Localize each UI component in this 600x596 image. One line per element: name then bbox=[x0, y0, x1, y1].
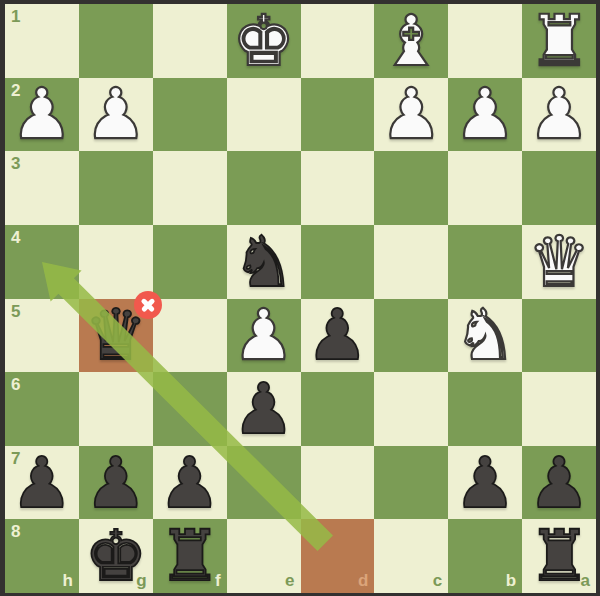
square-c8[interactable]: c bbox=[374, 519, 448, 593]
white-king[interactable]: ♚ bbox=[232, 6, 295, 76]
black-pawn[interactable]: ♟ bbox=[84, 448, 147, 518]
square-e2[interactable] bbox=[227, 78, 301, 152]
square-d6[interactable] bbox=[301, 372, 375, 446]
square-a8[interactable]: a♜ bbox=[522, 519, 596, 593]
rank-label-8: 8 bbox=[11, 523, 20, 540]
square-g5[interactable]: ♛ bbox=[79, 299, 153, 373]
square-b5[interactable]: ♞ bbox=[448, 299, 522, 373]
square-h1[interactable]: 1 bbox=[5, 4, 79, 78]
square-a4[interactable]: ♛ bbox=[522, 225, 596, 299]
square-d5[interactable]: ♟ bbox=[301, 299, 375, 373]
square-d8[interactable]: d bbox=[301, 519, 375, 593]
square-b8[interactable]: b bbox=[448, 519, 522, 593]
square-c2[interactable]: ♟ bbox=[374, 78, 448, 152]
square-a6[interactable] bbox=[522, 372, 596, 446]
square-a2[interactable]: ♟ bbox=[522, 78, 596, 152]
white-pawn[interactable]: ♟ bbox=[84, 79, 147, 149]
square-h5[interactable]: 5 bbox=[5, 299, 79, 373]
square-e3[interactable] bbox=[227, 151, 301, 225]
square-e5[interactable]: ♟ bbox=[227, 299, 301, 373]
square-d2[interactable] bbox=[301, 78, 375, 152]
square-f4[interactable] bbox=[153, 225, 227, 299]
rank-label-6: 6 bbox=[11, 376, 20, 393]
square-f7[interactable]: ♟ bbox=[153, 446, 227, 520]
square-b7[interactable]: ♟ bbox=[448, 446, 522, 520]
rank-label-7: 7 bbox=[11, 450, 20, 467]
white-rook[interactable]: ♜ bbox=[528, 6, 591, 76]
square-f3[interactable] bbox=[153, 151, 227, 225]
square-b6[interactable] bbox=[448, 372, 522, 446]
file-label-d: d bbox=[358, 572, 368, 589]
square-d7[interactable] bbox=[301, 446, 375, 520]
file-label-f: f bbox=[215, 572, 221, 589]
rank-label-3: 3 bbox=[11, 155, 20, 172]
rank-label-5: 5 bbox=[11, 303, 20, 320]
square-b4[interactable] bbox=[448, 225, 522, 299]
rank-label-1: 1 bbox=[11, 8, 20, 25]
square-h8[interactable]: 8h bbox=[5, 519, 79, 593]
black-knight[interactable]: ♞ bbox=[232, 227, 295, 297]
square-e4[interactable]: ♞ bbox=[227, 225, 301, 299]
square-h2[interactable]: 2♟ bbox=[5, 78, 79, 152]
square-h7[interactable]: 7♟ bbox=[5, 446, 79, 520]
white-bishop[interactable]: ♝ bbox=[380, 6, 443, 76]
square-d3[interactable] bbox=[301, 151, 375, 225]
black-pawn[interactable]: ♟ bbox=[232, 374, 295, 444]
square-h6[interactable]: 6 bbox=[5, 372, 79, 446]
white-queen[interactable]: ♛ bbox=[528, 227, 591, 297]
chess-board-app: 1♚♝♜2♟♟♟♟♟34♞♛5♛♟♟♞6♟7♟♟♟♟♟8hg♚f♜edcba♜ bbox=[0, 0, 600, 596]
square-f2[interactable] bbox=[153, 78, 227, 152]
square-h4[interactable]: 4 bbox=[5, 225, 79, 299]
square-g8[interactable]: g♚ bbox=[79, 519, 153, 593]
rank-label-4: 4 bbox=[11, 229, 20, 246]
black-rook[interactable]: ♜ bbox=[158, 521, 221, 591]
square-a7[interactable]: ♟ bbox=[522, 446, 596, 520]
white-pawn[interactable]: ♟ bbox=[232, 300, 295, 370]
square-h3[interactable]: 3 bbox=[5, 151, 79, 225]
square-a5[interactable] bbox=[522, 299, 596, 373]
square-g2[interactable]: ♟ bbox=[79, 78, 153, 152]
square-b2[interactable]: ♟ bbox=[448, 78, 522, 152]
square-c5[interactable] bbox=[374, 299, 448, 373]
square-g3[interactable] bbox=[79, 151, 153, 225]
square-c3[interactable] bbox=[374, 151, 448, 225]
square-b3[interactable] bbox=[448, 151, 522, 225]
black-pawn[interactable]: ♟ bbox=[454, 448, 517, 518]
file-label-g: g bbox=[136, 572, 146, 589]
square-c1[interactable]: ♝ bbox=[374, 4, 448, 78]
white-pawn[interactable]: ♟ bbox=[454, 79, 517, 149]
rank-label-2: 2 bbox=[11, 82, 20, 99]
square-e6[interactable]: ♟ bbox=[227, 372, 301, 446]
file-label-b: b bbox=[506, 572, 516, 589]
square-c6[interactable] bbox=[374, 372, 448, 446]
file-label-e: e bbox=[285, 572, 294, 589]
square-c7[interactable] bbox=[374, 446, 448, 520]
chess-board: 1♚♝♜2♟♟♟♟♟34♞♛5♛♟♟♞6♟7♟♟♟♟♟8hg♚f♜edcba♜ bbox=[5, 4, 596, 593]
square-b1[interactable] bbox=[448, 4, 522, 78]
black-pawn[interactable]: ♟ bbox=[306, 300, 369, 370]
square-g4[interactable] bbox=[79, 225, 153, 299]
white-knight[interactable]: ♞ bbox=[454, 300, 517, 370]
black-pawn[interactable]: ♟ bbox=[528, 448, 591, 518]
square-a3[interactable] bbox=[522, 151, 596, 225]
square-g7[interactable]: ♟ bbox=[79, 446, 153, 520]
square-f6[interactable] bbox=[153, 372, 227, 446]
square-c4[interactable] bbox=[374, 225, 448, 299]
square-g6[interactable] bbox=[79, 372, 153, 446]
square-g1[interactable] bbox=[79, 4, 153, 78]
white-pawn[interactable]: ♟ bbox=[528, 79, 591, 149]
file-label-c: c bbox=[433, 572, 442, 589]
file-label-a: a bbox=[581, 572, 590, 589]
file-label-h: h bbox=[62, 572, 72, 589]
square-d4[interactable] bbox=[301, 225, 375, 299]
square-f8[interactable]: f♜ bbox=[153, 519, 227, 593]
wrong-move-x-icon bbox=[134, 291, 162, 319]
square-f1[interactable] bbox=[153, 4, 227, 78]
square-e7[interactable] bbox=[227, 446, 301, 520]
square-d1[interactable] bbox=[301, 4, 375, 78]
square-e1[interactable]: ♚ bbox=[227, 4, 301, 78]
black-pawn[interactable]: ♟ bbox=[158, 448, 221, 518]
white-pawn[interactable]: ♟ bbox=[380, 79, 443, 149]
square-f5[interactable] bbox=[153, 299, 227, 373]
square-e8[interactable]: e bbox=[227, 519, 301, 593]
square-a1[interactable]: ♜ bbox=[522, 4, 596, 78]
